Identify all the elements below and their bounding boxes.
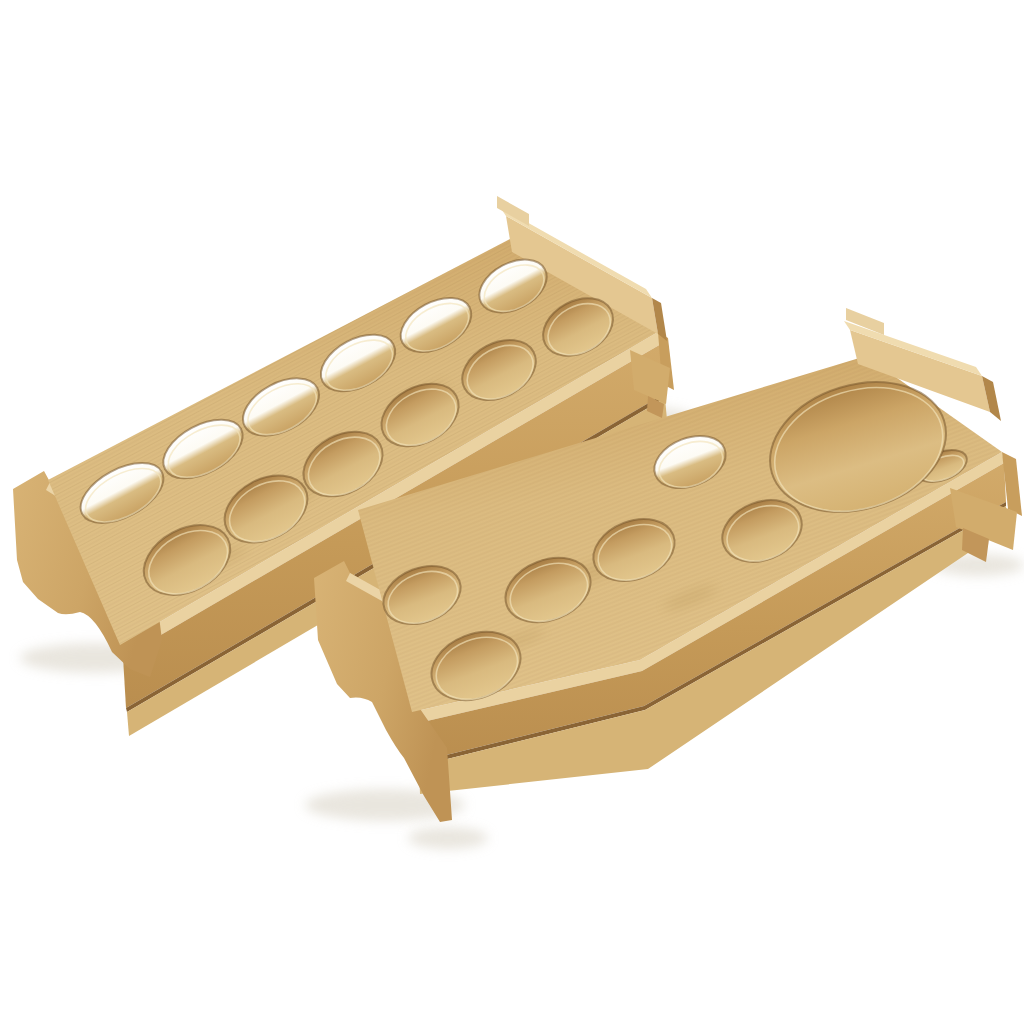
- product-photo-canvas: [0, 0, 1024, 1024]
- right-rack-shadow: [408, 827, 488, 849]
- scene-svg: [0, 0, 1024, 1024]
